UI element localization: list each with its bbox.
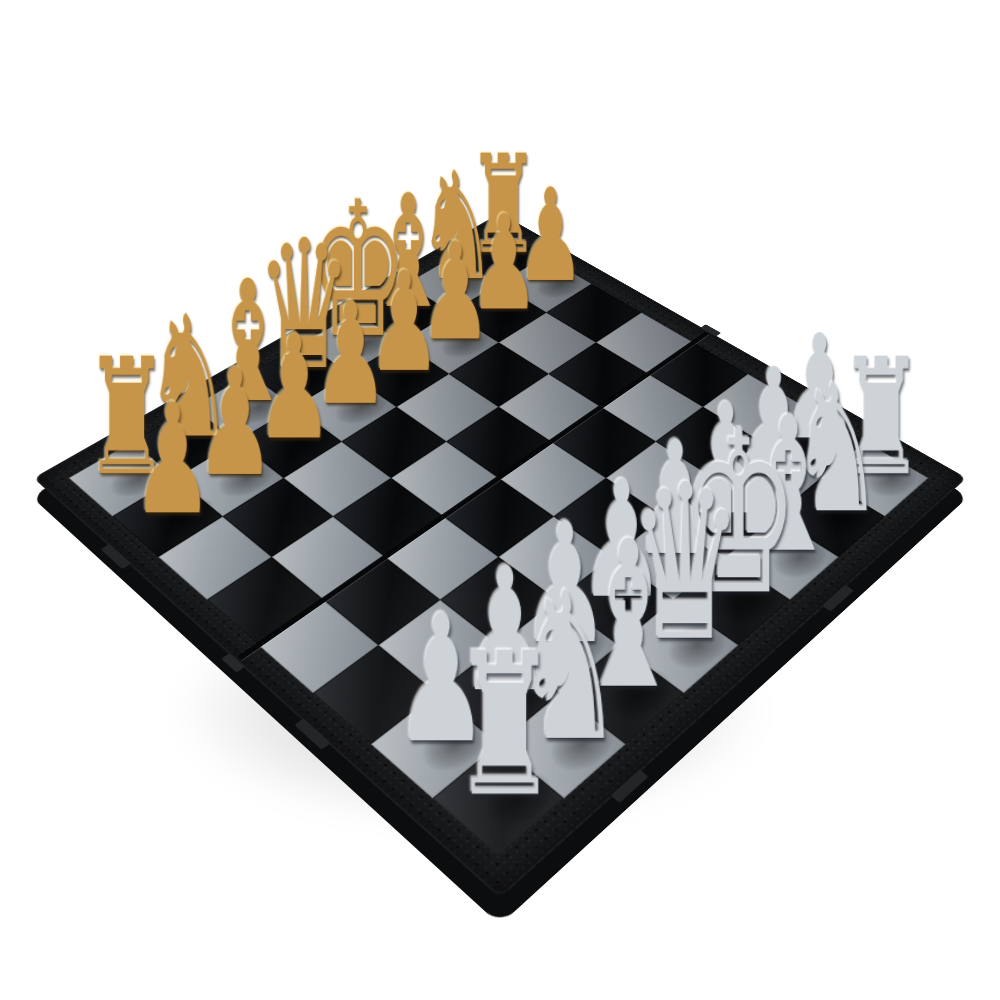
rook-icon: ♜ [452, 647, 558, 804]
piece-shadow [380, 352, 450, 397]
piece-shadow [481, 292, 547, 333]
photo-scene: ♜♞♝♛♚♝♞♜♟♟♟♟♟♟♟♟♟♟♟♟♟♟♟♟♜♞♝♛♚♝♞♜ [0, 0, 1000, 1000]
piece-silver-rook-a8[interactable]: ♜ [407, 522, 603, 804]
piece-shadow [385, 292, 452, 333]
piece-shadow [325, 384, 397, 431]
piece-gold-pawn-a2[interactable]: ♟ [90, 284, 255, 521]
piece-shadow [431, 321, 499, 364]
piece-shadow [481, 238, 544, 275]
pawn-icon: ♟ [131, 399, 213, 521]
piece-shadow [334, 321, 403, 364]
piece-shadow [528, 265, 592, 304]
chess-board-3d: ♜♞♝♛♚♝♞♜♟♟♟♟♟♟♟♟♟♟♟♟♟♟♟♟♜♞♝♛♚♝♞♜ [33, 213, 966, 898]
piece-shadow [434, 265, 499, 304]
